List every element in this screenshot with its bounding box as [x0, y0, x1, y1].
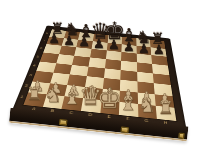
brass-clasp [120, 126, 129, 133]
square-f1[interactable] [119, 102, 138, 117]
brass-corner-fitting [178, 133, 185, 140]
square-c1[interactable] [62, 96, 83, 110]
brass-hinge [59, 119, 68, 126]
square-d1[interactable] [81, 98, 101, 113]
square-g1[interactable] [138, 104, 157, 119]
chess-set-photo: ABCDEFGH 87654321 ♜♞♝♛♚♝♞♜♟♟♟♟♟♟♟♟♟♟♟♟♟♟… [0, 0, 200, 157]
folding-chess-box: ABCDEFGH 87654321 [0, 0, 200, 157]
square-e1[interactable] [100, 100, 120, 115]
square-h1[interactable] [156, 106, 176, 121]
